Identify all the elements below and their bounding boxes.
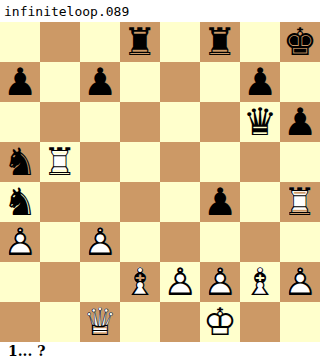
square-g1[interactable] — [240, 302, 280, 342]
white-piece-outline: ♙ — [160, 262, 200, 302]
piece-black-rook[interactable]: ♜ — [120, 22, 160, 62]
square-d3[interactable] — [120, 222, 160, 262]
black-piece-fill: ♞ — [0, 142, 40, 182]
piece-white-pawn[interactable]: ♟♙ — [280, 262, 320, 302]
square-b6[interactable] — [40, 102, 80, 142]
piece-white-bishop[interactable]: ♝♗ — [240, 262, 280, 302]
white-piece-outline: ♗ — [240, 262, 280, 302]
square-f5[interactable] — [200, 142, 240, 182]
black-piece-fill: ♟ — [0, 62, 40, 102]
square-e2[interactable]: ♟♙ — [160, 262, 200, 302]
square-f2[interactable]: ♟♙ — [200, 262, 240, 302]
puzzle-title: infiniteloop.089 — [0, 0, 320, 22]
square-h4[interactable]: ♜♖ — [280, 182, 320, 222]
square-e1[interactable] — [160, 302, 200, 342]
piece-black-pawn[interactable]: ♟ — [80, 62, 120, 102]
white-piece-outline: ♙ — [0, 222, 40, 262]
square-c5[interactable] — [80, 142, 120, 182]
square-e6[interactable] — [160, 102, 200, 142]
square-c1[interactable]: ♛♕ — [80, 302, 120, 342]
black-piece-fill: ♚ — [280, 22, 320, 62]
square-b4[interactable] — [40, 182, 80, 222]
square-a6[interactable] — [0, 102, 40, 142]
piece-black-pawn[interactable]: ♟ — [280, 102, 320, 142]
white-piece-outline: ♙ — [200, 262, 240, 302]
square-b2[interactable] — [40, 262, 80, 302]
piece-black-king[interactable]: ♚ — [280, 22, 320, 62]
black-piece-fill: ♟ — [240, 62, 280, 102]
square-d8[interactable]: ♜ — [120, 22, 160, 62]
square-d1[interactable] — [120, 302, 160, 342]
square-c6[interactable] — [80, 102, 120, 142]
chess-board: ♜♜♚♟♟♟♛♟♞♜♖♞♟♜♖♟♙♟♙♝♗♟♙♟♙♝♗♟♙♛♕♚♔ — [0, 22, 320, 342]
white-piece-outline: ♗ — [120, 262, 160, 302]
piece-black-pawn[interactable]: ♟ — [200, 182, 240, 222]
square-e8[interactable] — [160, 22, 200, 62]
square-a7[interactable]: ♟ — [0, 62, 40, 102]
piece-black-knight[interactable]: ♞ — [0, 142, 40, 182]
square-e7[interactable] — [160, 62, 200, 102]
square-b7[interactable] — [40, 62, 80, 102]
piece-white-pawn[interactable]: ♟♙ — [0, 222, 40, 262]
square-b3[interactable] — [40, 222, 80, 262]
square-a2[interactable] — [0, 262, 40, 302]
piece-white-queen[interactable]: ♛♕ — [80, 302, 120, 342]
square-d4[interactable] — [120, 182, 160, 222]
square-e4[interactable] — [160, 182, 200, 222]
square-c8[interactable] — [80, 22, 120, 62]
piece-white-pawn[interactable]: ♟♙ — [200, 262, 240, 302]
move-prompt: 1... ? — [0, 342, 320, 360]
square-h7[interactable] — [280, 62, 320, 102]
white-piece-outline: ♙ — [80, 222, 120, 262]
square-f1[interactable]: ♚♔ — [200, 302, 240, 342]
black-piece-fill: ♜ — [120, 22, 160, 62]
white-piece-outline: ♖ — [280, 182, 320, 222]
piece-white-pawn[interactable]: ♟♙ — [160, 262, 200, 302]
square-h6[interactable]: ♟ — [280, 102, 320, 142]
piece-white-king[interactable]: ♚♔ — [200, 302, 240, 342]
square-f4[interactable]: ♟ — [200, 182, 240, 222]
square-h8[interactable]: ♚ — [280, 22, 320, 62]
square-h1[interactable] — [280, 302, 320, 342]
square-h2[interactable]: ♟♙ — [280, 262, 320, 302]
square-d5[interactable] — [120, 142, 160, 182]
square-a5[interactable]: ♞ — [0, 142, 40, 182]
black-piece-fill: ♛ — [240, 102, 280, 142]
square-g8[interactable] — [240, 22, 280, 62]
white-piece-outline: ♔ — [200, 302, 240, 342]
square-g6[interactable]: ♛ — [240, 102, 280, 142]
piece-black-knight[interactable]: ♞ — [0, 182, 40, 222]
square-f8[interactable]: ♜ — [200, 22, 240, 62]
square-d2[interactable]: ♝♗ — [120, 262, 160, 302]
piece-white-rook[interactable]: ♜♖ — [40, 142, 80, 182]
piece-white-bishop[interactable]: ♝♗ — [120, 262, 160, 302]
square-a1[interactable] — [0, 302, 40, 342]
chess-puzzle-window: infiniteloop.089 ♜♜♚♟♟♟♛♟♞♜♖♞♟♜♖♟♙♟♙♝♗♟♙… — [0, 0, 320, 360]
piece-black-pawn[interactable]: ♟ — [0, 62, 40, 102]
square-b5[interactable]: ♜♖ — [40, 142, 80, 182]
square-a4[interactable]: ♞ — [0, 182, 40, 222]
square-e5[interactable] — [160, 142, 200, 182]
piece-white-rook[interactable]: ♜♖ — [280, 182, 320, 222]
black-piece-fill: ♟ — [80, 62, 120, 102]
white-piece-outline: ♕ — [80, 302, 120, 342]
square-g5[interactable] — [240, 142, 280, 182]
square-f7[interactable] — [200, 62, 240, 102]
square-h3[interactable] — [280, 222, 320, 262]
square-c2[interactable] — [80, 262, 120, 302]
square-g2[interactable]: ♝♗ — [240, 262, 280, 302]
square-a8[interactable] — [0, 22, 40, 62]
square-g3[interactable] — [240, 222, 280, 262]
piece-white-pawn[interactable]: ♟♙ — [80, 222, 120, 262]
square-g7[interactable]: ♟ — [240, 62, 280, 102]
square-h5[interactable] — [280, 142, 320, 182]
piece-black-pawn[interactable]: ♟ — [240, 62, 280, 102]
piece-black-queen[interactable]: ♛ — [240, 102, 280, 142]
square-c4[interactable] — [80, 182, 120, 222]
square-f6[interactable] — [200, 102, 240, 142]
square-d7[interactable] — [120, 62, 160, 102]
square-e3[interactable] — [160, 222, 200, 262]
black-piece-fill: ♟ — [200, 182, 240, 222]
square-b1[interactable] — [40, 302, 80, 342]
square-g4[interactable] — [240, 182, 280, 222]
white-piece-outline: ♙ — [280, 262, 320, 302]
black-piece-fill: ♜ — [200, 22, 240, 62]
square-c3[interactable]: ♟♙ — [80, 222, 120, 262]
square-a3[interactable]: ♟♙ — [0, 222, 40, 262]
piece-black-rook[interactable]: ♜ — [200, 22, 240, 62]
square-f3[interactable] — [200, 222, 240, 262]
black-piece-fill: ♞ — [0, 182, 40, 222]
square-d6[interactable] — [120, 102, 160, 142]
square-c7[interactable]: ♟ — [80, 62, 120, 102]
black-piece-fill: ♟ — [280, 102, 320, 142]
white-piece-outline: ♖ — [40, 142, 80, 182]
square-b8[interactable] — [40, 22, 80, 62]
